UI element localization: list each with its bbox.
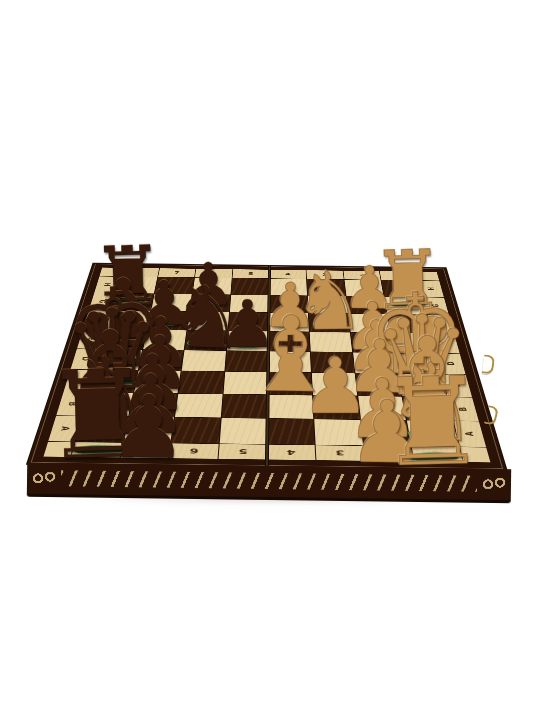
pieces-layer: ♜♞♝♛♚♝♜♟♟♟♟♟♟♞♟♟♝♟♟♞♟♟♟♟♟♟♜♞♝♛♚♜ xyxy=(0,0,540,720)
rook-glyph: ♜ xyxy=(376,361,488,485)
product-photo: 87654321HHGGFFEEDDCCBBAA87654321 ♜♞♝♛♚♝♜… xyxy=(0,0,540,720)
pawn-glyph: ♟ xyxy=(108,383,188,472)
